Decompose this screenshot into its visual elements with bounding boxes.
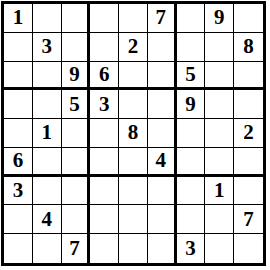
cell-r9c6-empty[interactable] bbox=[148, 234, 177, 263]
cell-r8c3-empty[interactable] bbox=[62, 205, 91, 234]
cell-r3c8-empty[interactable] bbox=[205, 62, 234, 91]
cell-r5c5-given-8[interactable]: 8 bbox=[119, 119, 148, 148]
cell-r5c6-empty[interactable] bbox=[148, 119, 177, 148]
cell-r2c1-empty[interactable] bbox=[4, 33, 33, 62]
cell-r6c1-given-6[interactable]: 6 bbox=[4, 148, 33, 177]
cell-r3c1-empty[interactable] bbox=[4, 62, 33, 91]
cell-r6c4-empty[interactable] bbox=[90, 148, 119, 177]
cell-r4c8-empty[interactable] bbox=[205, 90, 234, 119]
cell-r1c3-empty[interactable] bbox=[62, 4, 91, 33]
cell-r8c5-empty[interactable] bbox=[119, 205, 148, 234]
cell-r7c8-given-1[interactable]: 1 bbox=[205, 177, 234, 206]
cell-r2c2-given-3[interactable]: 3 bbox=[33, 33, 62, 62]
cell-r1c7-empty[interactable] bbox=[177, 4, 206, 33]
cell-r1c5-empty[interactable] bbox=[119, 4, 148, 33]
cell-r3c3-given-9[interactable]: 9 bbox=[62, 62, 91, 91]
cell-r2c9-given-8[interactable]: 8 bbox=[234, 33, 263, 62]
sudoku-board: 17932896553918264314773 bbox=[1, 1, 266, 266]
cell-r1c2-empty[interactable] bbox=[33, 4, 62, 33]
cell-r9c3-given-7[interactable]: 7 bbox=[62, 234, 91, 263]
cell-r6c7-empty[interactable] bbox=[177, 148, 206, 177]
cell-r9c2-empty[interactable] bbox=[33, 234, 62, 263]
cell-r2c4-empty[interactable] bbox=[90, 33, 119, 62]
cell-r6c3-empty[interactable] bbox=[62, 148, 91, 177]
cell-r4c1-empty[interactable] bbox=[4, 90, 33, 119]
cell-r9c7-given-3[interactable]: 3 bbox=[177, 234, 206, 263]
cell-r5c8-empty[interactable] bbox=[205, 119, 234, 148]
cell-r3c7-given-5[interactable]: 5 bbox=[177, 62, 206, 91]
cell-r9c5-empty[interactable] bbox=[119, 234, 148, 263]
cell-r1c9-empty[interactable] bbox=[234, 4, 263, 33]
cell-r4c9-empty[interactable] bbox=[234, 90, 263, 119]
cell-r4c2-empty[interactable] bbox=[33, 90, 62, 119]
cell-r5c3-empty[interactable] bbox=[62, 119, 91, 148]
cell-r2c7-empty[interactable] bbox=[177, 33, 206, 62]
cell-r4c4-given-3[interactable]: 3 bbox=[90, 90, 119, 119]
cell-r3c2-empty[interactable] bbox=[33, 62, 62, 91]
cell-r5c4-empty[interactable] bbox=[90, 119, 119, 148]
cell-r2c8-empty[interactable] bbox=[205, 33, 234, 62]
cell-r8c1-empty[interactable] bbox=[4, 205, 33, 234]
cell-r7c9-empty[interactable] bbox=[234, 177, 263, 206]
cell-r6c2-empty[interactable] bbox=[33, 148, 62, 177]
cell-r3c6-empty[interactable] bbox=[148, 62, 177, 91]
cell-r6c6-given-4[interactable]: 4 bbox=[148, 148, 177, 177]
cell-r1c4-empty[interactable] bbox=[90, 4, 119, 33]
cell-r8c7-empty[interactable] bbox=[177, 205, 206, 234]
cell-r8c4-empty[interactable] bbox=[90, 205, 119, 234]
cell-r3c9-empty[interactable] bbox=[234, 62, 263, 91]
cell-r4c3-given-5[interactable]: 5 bbox=[62, 90, 91, 119]
cell-r8c2-given-4[interactable]: 4 bbox=[33, 205, 62, 234]
cell-r8c6-empty[interactable] bbox=[148, 205, 177, 234]
cell-r5c2-given-1[interactable]: 1 bbox=[33, 119, 62, 148]
cell-r5c7-empty[interactable] bbox=[177, 119, 206, 148]
cell-r6c5-empty[interactable] bbox=[119, 148, 148, 177]
cell-r1c8-given-9[interactable]: 9 bbox=[205, 4, 234, 33]
cell-r1c6-given-7[interactable]: 7 bbox=[148, 4, 177, 33]
cell-r7c5-empty[interactable] bbox=[119, 177, 148, 206]
cell-r3c5-empty[interactable] bbox=[119, 62, 148, 91]
cell-r9c8-empty[interactable] bbox=[205, 234, 234, 263]
cell-r7c7-empty[interactable] bbox=[177, 177, 206, 206]
cell-r7c1-given-3[interactable]: 3 bbox=[4, 177, 33, 206]
cell-r4c7-given-9[interactable]: 9 bbox=[177, 90, 206, 119]
cell-r6c8-empty[interactable] bbox=[205, 148, 234, 177]
cell-r2c3-empty[interactable] bbox=[62, 33, 91, 62]
cell-r7c4-empty[interactable] bbox=[90, 177, 119, 206]
cell-r5c1-empty[interactable] bbox=[4, 119, 33, 148]
cell-r1c1-given-1[interactable]: 1 bbox=[4, 4, 33, 33]
cell-r9c1-empty[interactable] bbox=[4, 234, 33, 263]
cell-r2c6-empty[interactable] bbox=[148, 33, 177, 62]
cell-r3c4-given-6[interactable]: 6 bbox=[90, 62, 119, 91]
cell-r5c9-given-2[interactable]: 2 bbox=[234, 119, 263, 148]
cell-r9c4-empty[interactable] bbox=[90, 234, 119, 263]
cell-r7c2-empty[interactable] bbox=[33, 177, 62, 206]
cell-r7c3-empty[interactable] bbox=[62, 177, 91, 206]
cell-r4c6-empty[interactable] bbox=[148, 90, 177, 119]
cell-r2c5-given-2[interactable]: 2 bbox=[119, 33, 148, 62]
cell-r6c9-empty[interactable] bbox=[234, 148, 263, 177]
cell-r4c5-empty[interactable] bbox=[119, 90, 148, 119]
cell-r9c9-empty[interactable] bbox=[234, 234, 263, 263]
cell-r8c8-empty[interactable] bbox=[205, 205, 234, 234]
cell-r7c6-empty[interactable] bbox=[148, 177, 177, 206]
cell-r8c9-given-7[interactable]: 7 bbox=[234, 205, 263, 234]
